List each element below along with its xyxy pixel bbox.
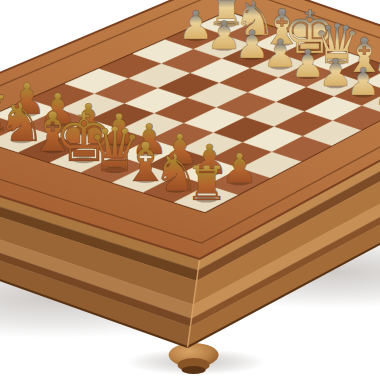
piece-glyph: ♜ bbox=[185, 156, 228, 211]
piece-silver-pawn: ♟ bbox=[373, 70, 380, 114]
chess-set-photo: ♜♞♟♝♟♚♟♛♟♝♟♞♟♜♟♟♟♟♜♟♞♟♝♟♚♟♛♟♝♟♞♜ bbox=[0, 0, 380, 380]
piece-brass-rook: ♜ bbox=[185, 156, 228, 211]
foot-base bbox=[182, 366, 206, 374]
piece-glyph: ♟ bbox=[373, 70, 380, 114]
photo-stage: ♜♞♟♝♟♚♟♛♟♝♟♞♟♜♟♟♟♟♜♟♞♟♝♟♚♟♛♟♝♟♞♜ bbox=[0, 0, 380, 380]
